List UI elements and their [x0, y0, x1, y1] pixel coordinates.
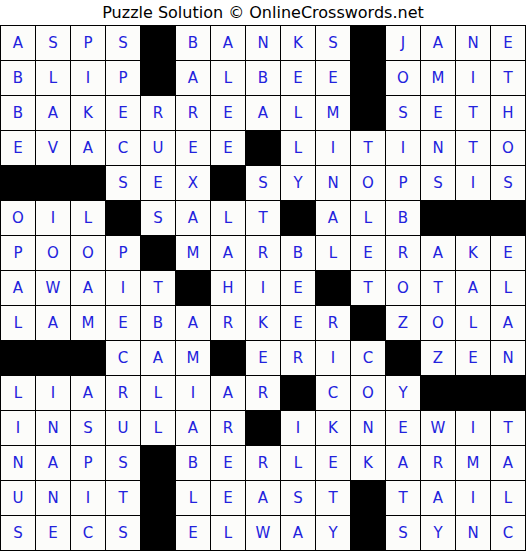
letter-cell: E: [456, 341, 490, 375]
black-cell: [36, 166, 70, 200]
letter-cell: A: [1, 26, 35, 60]
letter-cell: N: [316, 166, 350, 200]
letter-cell: H: [211, 271, 245, 305]
black-cell: [281, 201, 315, 235]
letter-cell: A: [176, 411, 210, 445]
letter-cell: O: [1, 201, 35, 235]
letter-cell: B: [176, 446, 210, 480]
letter-cell: N: [456, 26, 490, 60]
letter-cell: E: [281, 61, 315, 95]
letter-cell: P: [1, 236, 35, 270]
letter-cell: A: [1, 271, 35, 305]
letter-cell: B: [1, 61, 35, 95]
letter-cell: L: [36, 61, 70, 95]
letter-cell: I: [456, 411, 490, 445]
letter-cell: M: [176, 341, 210, 375]
black-cell: [71, 166, 105, 200]
letter-cell: E: [211, 131, 245, 165]
letter-cell: A: [36, 306, 70, 340]
letter-cell: A: [71, 376, 105, 410]
letter-cell: E: [316, 61, 350, 95]
letter-cell: N: [456, 516, 490, 550]
letter-cell: I: [316, 341, 350, 375]
letter-cell: N: [491, 341, 525, 375]
letter-cell: N: [36, 411, 70, 445]
letter-cell: U: [141, 131, 175, 165]
letter-cell: O: [71, 236, 105, 270]
black-cell: [141, 481, 175, 515]
letter-cell: L: [491, 271, 525, 305]
letter-cell: E: [351, 236, 385, 270]
letter-cell: E: [36, 516, 70, 550]
letter-cell: E: [246, 341, 280, 375]
letter-cell: K: [71, 96, 105, 130]
black-cell: [141, 61, 175, 95]
black-cell: [456, 376, 490, 410]
letter-cell: R: [141, 96, 175, 130]
letter-cell: S: [316, 26, 350, 60]
letter-cell: T: [491, 61, 525, 95]
letter-cell: B: [141, 306, 175, 340]
letter-cell: P: [106, 236, 140, 270]
letter-cell: A: [36, 96, 70, 130]
letter-cell: R: [421, 446, 455, 480]
letter-cell: Z: [421, 341, 455, 375]
letter-cell: A: [421, 26, 455, 60]
letter-cell: A: [386, 446, 420, 480]
letter-cell: R: [386, 236, 420, 270]
letter-cell: X: [176, 166, 210, 200]
black-cell: [421, 201, 455, 235]
letter-cell: K: [281, 26, 315, 60]
letter-cell: A: [246, 96, 280, 130]
letter-cell: E: [211, 96, 245, 130]
letter-cell: L: [141, 376, 175, 410]
letter-cell: P: [71, 446, 105, 480]
letter-cell: N: [421, 131, 455, 165]
letter-cell: P: [106, 61, 140, 95]
letter-cell: K: [456, 236, 490, 270]
letter-cell: I: [36, 201, 70, 235]
letter-cell: I: [1, 411, 35, 445]
letter-cell: N: [1, 446, 35, 480]
letter-cell: I: [176, 376, 210, 410]
letter-cell: A: [491, 306, 525, 340]
letter-cell: B: [1, 96, 35, 130]
black-cell: [491, 376, 525, 410]
letter-cell: S: [386, 516, 420, 550]
black-cell: [351, 481, 385, 515]
letter-cell: A: [141, 341, 175, 375]
letter-cell: S: [386, 96, 420, 130]
letter-cell: T: [246, 201, 280, 235]
black-cell: [351, 26, 385, 60]
black-cell: [176, 271, 210, 305]
letter-cell: I: [106, 271, 140, 305]
letter-cell: Y: [281, 166, 315, 200]
letter-cell: W: [421, 411, 455, 445]
letter-cell: P: [71, 26, 105, 60]
letter-cell: C: [351, 341, 385, 375]
letter-cell: A: [176, 201, 210, 235]
letter-cell: L: [456, 306, 490, 340]
letter-cell: I: [386, 131, 420, 165]
letter-cell: A: [211, 26, 245, 60]
letter-cell: T: [386, 481, 420, 515]
black-cell: [351, 61, 385, 95]
letter-cell: I: [246, 271, 280, 305]
letter-cell: R: [246, 446, 280, 480]
letter-cell: W: [246, 516, 280, 550]
letter-cell: L: [71, 201, 105, 235]
letter-cell: L: [281, 446, 315, 480]
letter-cell: A: [176, 306, 210, 340]
letter-cell: A: [491, 446, 525, 480]
letter-cell: L: [141, 411, 175, 445]
letter-cell: U: [106, 411, 140, 445]
letter-cell: C: [71, 516, 105, 550]
letter-cell: L: [211, 516, 245, 550]
letter-cell: T: [316, 481, 350, 515]
letter-cell: A: [176, 61, 210, 95]
letter-cell: I: [316, 131, 350, 165]
letter-cell: E: [281, 306, 315, 340]
letter-cell: M: [71, 306, 105, 340]
letter-cell: E: [211, 446, 245, 480]
letter-cell: O: [386, 271, 420, 305]
letter-cell: S: [71, 411, 105, 445]
letter-cell: E: [386, 411, 420, 445]
letter-cell: A: [281, 516, 315, 550]
letter-cell: C: [316, 376, 350, 410]
letter-cell: L: [176, 481, 210, 515]
letter-cell: R: [246, 236, 280, 270]
letter-cell: E: [491, 26, 525, 60]
letter-cell: Y: [386, 376, 420, 410]
letter-cell: K: [351, 446, 385, 480]
letter-cell: T: [421, 271, 455, 305]
letter-cell: L: [211, 61, 245, 95]
letter-cell: R: [211, 306, 245, 340]
letter-cell: S: [281, 481, 315, 515]
letter-cell: L: [351, 201, 385, 235]
letter-cell: R: [211, 411, 245, 445]
letter-cell: T: [351, 131, 385, 165]
black-cell: [1, 341, 35, 375]
letter-cell: A: [421, 236, 455, 270]
letter-cell: L: [211, 201, 245, 235]
letter-cell: L: [1, 376, 35, 410]
letter-cell: E: [1, 131, 35, 165]
letter-cell: L: [281, 96, 315, 130]
letter-cell: R: [246, 376, 280, 410]
letter-cell: E: [106, 306, 140, 340]
black-cell: [351, 306, 385, 340]
letter-cell: L: [281, 131, 315, 165]
letter-cell: S: [421, 166, 455, 200]
letter-cell: B: [281, 236, 315, 270]
black-cell: [141, 516, 175, 550]
letter-cell: T: [456, 131, 490, 165]
letter-cell: J: [386, 26, 420, 60]
letter-cell: S: [246, 166, 280, 200]
letter-cell: I: [456, 481, 490, 515]
letter-cell: T: [351, 271, 385, 305]
letter-cell: T: [141, 271, 175, 305]
letter-cell: Z: [386, 306, 420, 340]
black-cell: [421, 376, 455, 410]
black-cell: [1, 166, 35, 200]
black-cell: [211, 166, 245, 200]
letter-cell: S: [106, 446, 140, 480]
letter-cell: A: [36, 446, 70, 480]
letter-cell: A: [421, 481, 455, 515]
letter-cell: V: [36, 131, 70, 165]
letter-cell: M: [456, 446, 490, 480]
black-cell: [351, 96, 385, 130]
letter-cell: B: [176, 26, 210, 60]
letter-cell: O: [386, 61, 420, 95]
black-cell: [246, 411, 280, 445]
letter-cell: P: [386, 166, 420, 200]
letter-cell: E: [176, 516, 210, 550]
black-cell: [386, 341, 420, 375]
letter-cell: E: [316, 446, 350, 480]
letter-cell: O: [351, 166, 385, 200]
letter-cell: A: [246, 481, 280, 515]
letter-cell: N: [246, 26, 280, 60]
letter-cell: M: [421, 61, 455, 95]
letter-cell: M: [176, 236, 210, 270]
letter-cell: B: [246, 61, 280, 95]
letter-cell: M: [316, 96, 350, 130]
black-cell: [36, 341, 70, 375]
black-cell: [141, 446, 175, 480]
letter-cell: S: [141, 201, 175, 235]
black-cell: [141, 26, 175, 60]
letter-cell: I: [281, 411, 315, 445]
letter-cell: T: [491, 411, 525, 445]
letter-cell: R: [106, 376, 140, 410]
letter-cell: W: [36, 271, 70, 305]
letter-cell: R: [316, 306, 350, 340]
black-cell: [491, 201, 525, 235]
black-cell: [141, 236, 175, 270]
letter-cell: I: [36, 376, 70, 410]
letter-cell: E: [281, 271, 315, 305]
letter-cell: I: [456, 61, 490, 95]
letter-cell: E: [176, 131, 210, 165]
letter-cell: K: [316, 411, 350, 445]
letter-cell: L: [491, 481, 525, 515]
letter-cell: T: [106, 481, 140, 515]
letter-cell: A: [71, 271, 105, 305]
black-cell: [211, 341, 245, 375]
black-cell: [71, 341, 105, 375]
letter-cell: C: [491, 516, 525, 550]
letter-cell: Y: [316, 516, 350, 550]
letter-cell: U: [1, 481, 35, 515]
letter-cell: E: [141, 166, 175, 200]
black-cell: [281, 376, 315, 410]
letter-cell: A: [211, 236, 245, 270]
letter-cell: R: [281, 341, 315, 375]
letter-cell: O: [351, 376, 385, 410]
letter-cell: N: [36, 481, 70, 515]
black-cell: [106, 201, 140, 235]
letter-cell: S: [106, 26, 140, 60]
letter-cell: C: [106, 131, 140, 165]
letter-cell: E: [421, 96, 455, 130]
letter-cell: N: [351, 411, 385, 445]
black-cell: [456, 201, 490, 235]
letter-cell: O: [36, 236, 70, 270]
letter-cell: R: [176, 96, 210, 130]
letter-cell: B: [386, 201, 420, 235]
black-cell: [316, 271, 350, 305]
letter-cell: Y: [421, 516, 455, 550]
letter-cell: O: [421, 306, 455, 340]
letter-cell: I: [71, 481, 105, 515]
letter-cell: T: [456, 96, 490, 130]
letter-cell: S: [106, 516, 140, 550]
letter-cell: C: [106, 341, 140, 375]
letter-cell: L: [316, 236, 350, 270]
letter-cell: E: [106, 96, 140, 130]
black-cell: [351, 516, 385, 550]
page-title: Puzzle Solution © OnlineCrosswords.net: [0, 0, 526, 25]
letter-cell: S: [491, 166, 525, 200]
letter-cell: I: [456, 166, 490, 200]
letter-cell: I: [71, 61, 105, 95]
letter-cell: A: [211, 376, 245, 410]
letter-cell: S: [36, 26, 70, 60]
letter-cell: A: [316, 201, 350, 235]
letter-cell: A: [456, 271, 490, 305]
letter-cell: K: [246, 306, 280, 340]
letter-cell: E: [211, 481, 245, 515]
letter-cell: A: [71, 131, 105, 165]
letter-cell: E: [491, 236, 525, 270]
letter-cell: O: [491, 131, 525, 165]
letter-cell: S: [1, 516, 35, 550]
black-cell: [246, 131, 280, 165]
letter-cell: L: [1, 306, 35, 340]
letter-cell: H: [491, 96, 525, 130]
letter-cell: S: [106, 166, 140, 200]
puzzle-solution-page: Puzzle Solution © OnlineCrosswords.net A…: [0, 0, 526, 551]
crossword-grid: ASPSBANKSJANEBLIPALBEEOMITBAKERREALMSETH…: [0, 25, 526, 551]
